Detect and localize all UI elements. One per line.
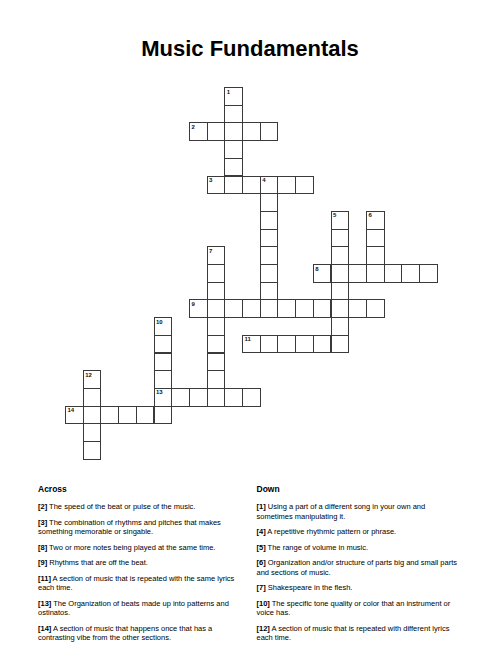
grid-cell[interactable] [83, 441, 102, 460]
clue-item: [8] Two or more notes being played at th… [38, 543, 244, 553]
clue-item: [2] The speed of the beat or pulse of th… [38, 502, 244, 512]
grid-cell[interactable] [242, 388, 261, 407]
grid-cell[interactable] [260, 299, 279, 318]
grid-cell[interactable] [242, 176, 261, 195]
grid-cell[interactable]: 3 [207, 176, 226, 195]
clue-item: [7] Shakespeare in the flesh. [257, 583, 463, 593]
grid-cell[interactable] [100, 406, 119, 425]
across-clues: Across [2] The speed of the beat or puls… [38, 484, 244, 647]
grid-cell[interactable] [277, 335, 296, 354]
grid-cell[interactable] [154, 335, 173, 354]
grid-cell[interactable] [207, 317, 226, 336]
grid-cell[interactable] [224, 122, 243, 141]
grid-cell[interactable] [83, 423, 102, 442]
clue-item: [13] The Organization of beats made up i… [38, 599, 244, 618]
clue-number: [1] [257, 502, 266, 511]
cell-number: 10 [156, 319, 163, 325]
cell-number: 6 [368, 212, 371, 218]
grid-cell[interactable] [331, 246, 350, 265]
grid-cell[interactable] [295, 335, 314, 354]
grid-cell[interactable] [260, 211, 279, 230]
grid-cell[interactable] [207, 264, 226, 283]
grid-cell[interactable] [366, 229, 385, 248]
clues-section: Across [2] The speed of the beat or puls… [38, 484, 462, 647]
grid-cell[interactable] [260, 229, 279, 248]
cell-number: 2 [191, 124, 194, 130]
grid-cell[interactable] [118, 406, 137, 425]
grid-cell[interactable] [83, 388, 102, 407]
clue-number: [10] [257, 599, 270, 608]
grid-cell[interactable] [331, 317, 350, 336]
grid-cell[interactable] [331, 299, 350, 318]
grid-cell[interactable] [277, 176, 296, 195]
grid-cell[interactable] [366, 264, 385, 283]
puzzle-title: Music Fundamentals [0, 36, 500, 62]
clue-number: [3] [38, 518, 47, 527]
grid-cell[interactable] [331, 335, 350, 354]
clue-item: [4] A repetitive rhythmic pattern or phr… [257, 527, 463, 537]
cell-number: 14 [68, 407, 75, 413]
crossword-grid: 1234567891011121314 [65, 87, 438, 460]
grid-cell[interactable] [224, 158, 243, 177]
grid-cell[interactable] [207, 388, 226, 407]
grid-cell[interactable] [224, 140, 243, 159]
grid-cell[interactable] [207, 353, 226, 372]
grid-cell[interactable]: 7 [207, 246, 226, 265]
clue-number: [11] [38, 574, 51, 583]
grid-cell[interactable] [295, 299, 314, 318]
clue-number: [13] [38, 599, 51, 608]
grid-cell[interactable] [154, 406, 173, 425]
clue-number: [2] [38, 502, 47, 511]
grid-cell[interactable]: 11 [242, 335, 261, 354]
grid-cell[interactable]: 5 [331, 211, 350, 230]
cell-number: 8 [315, 266, 318, 272]
cell-number: 13 [156, 389, 163, 395]
grid-cell[interactable] [189, 388, 208, 407]
clue-item: [12] A section of music that is repeated… [257, 624, 463, 643]
grid-cell[interactable] [224, 388, 243, 407]
page: Music Fundamentals 1234567891011121314 A… [0, 0, 500, 647]
grid-cell[interactable]: 13 [154, 388, 173, 407]
clue-number: [5] [257, 543, 266, 552]
cell-number: 4 [262, 177, 265, 183]
grid-cell[interactable]: 4 [260, 176, 279, 195]
cell-number: 5 [333, 212, 336, 218]
cell-number: 12 [85, 372, 92, 378]
clue-item: [6] Organization and/or structure of par… [257, 558, 463, 577]
grid-cell[interactable] [419, 264, 438, 283]
grid-cell[interactable] [260, 193, 279, 212]
grid-cell[interactable] [207, 282, 226, 301]
clue-number: [7] [257, 583, 266, 592]
grid-cell[interactable] [331, 229, 350, 248]
grid-cell[interactable] [154, 353, 173, 372]
clue-item: [3] The combination of rhythms and pitch… [38, 518, 244, 537]
grid-cell[interactable] [348, 299, 367, 318]
grid-cell[interactable]: 1 [224, 87, 243, 106]
clue-number: [14] [38, 624, 51, 633]
down-header: Down [257, 484, 463, 494]
clue-item: [9] Rhythms that are off the beat. [38, 558, 244, 568]
grid-cell[interactable] [224, 299, 243, 318]
grid-cell[interactable] [242, 122, 261, 141]
cell-number: 9 [191, 301, 194, 307]
grid-cell[interactable] [224, 105, 243, 124]
grid-cell[interactable] [154, 370, 173, 389]
clue-number: [9] [38, 558, 47, 567]
grid-cell[interactable]: 12 [83, 370, 102, 389]
grid-cell[interactable]: 9 [189, 299, 208, 318]
grid-cell[interactable] [260, 264, 279, 283]
grid-cell[interactable] [331, 282, 350, 301]
grid-cell[interactable] [295, 176, 314, 195]
grid-cell[interactable] [242, 299, 261, 318]
clue-number: [8] [38, 543, 47, 552]
clue-item: [14] A section of music that happens onc… [38, 624, 244, 643]
grid-cell[interactable] [331, 264, 350, 283]
grid-cell[interactable] [366, 246, 385, 265]
grid-cell[interactable] [366, 299, 385, 318]
cell-number: 1 [227, 89, 230, 95]
clue-item: [5] The range of volume in music. [257, 543, 463, 553]
cell-number: 3 [209, 177, 212, 183]
grid-cell[interactable] [224, 176, 243, 195]
grid-cell[interactable]: 10 [154, 317, 173, 336]
grid-cell[interactable] [171, 388, 190, 407]
grid-cell[interactable] [384, 264, 403, 283]
grid-cell[interactable]: 14 [65, 406, 84, 425]
grid-cell[interactable] [260, 282, 279, 301]
across-header: Across [38, 484, 244, 494]
grid-cell[interactable]: 6 [366, 211, 385, 230]
grid-cell[interactable] [313, 299, 332, 318]
cell-number: 7 [209, 248, 212, 254]
grid-cell[interactable] [260, 122, 279, 141]
grid-cell[interactable]: 2 [189, 122, 208, 141]
grid-cell[interactable]: 8 [313, 264, 332, 283]
clue-item: [11] A section of music that is repeated… [38, 574, 244, 593]
grid-cell[interactable] [277, 299, 296, 318]
clue-item: [1] Using a part of a different song in … [257, 502, 463, 521]
grid-cell[interactable] [207, 122, 226, 141]
grid-cell[interactable] [348, 264, 367, 283]
clue-number: [4] [257, 527, 266, 536]
grid-cell[interactable] [136, 406, 155, 425]
cell-number: 11 [245, 336, 251, 342]
grid-cell[interactable] [83, 406, 102, 425]
clue-item: [10] The specific tone quality or color … [257, 599, 463, 618]
clue-number: [6] [257, 558, 266, 567]
grid-cell[interactable] [207, 370, 226, 389]
grid-cell[interactable] [260, 335, 279, 354]
grid-cell[interactable] [260, 246, 279, 265]
grid-cell[interactable] [313, 335, 332, 354]
grid-cell[interactable] [207, 299, 226, 318]
grid-cell[interactable] [207, 335, 226, 354]
clue-number: [12] [257, 624, 270, 633]
grid-cell[interactable] [401, 264, 420, 283]
down-clues: Down [1] Using a part of a different son… [257, 484, 463, 647]
